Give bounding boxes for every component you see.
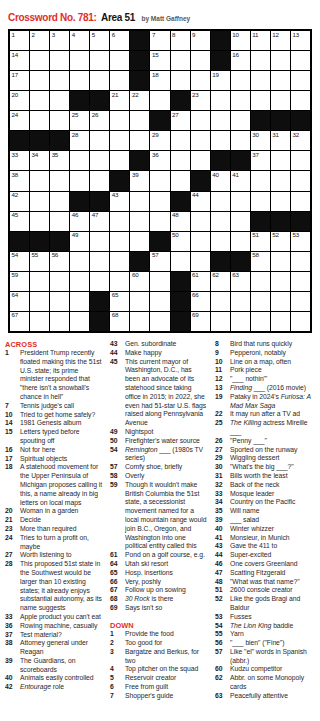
clue-number: 1 [5, 349, 20, 358]
clue-text: Tennis judge's call [20, 402, 103, 411]
grid-cell[interactable] [211, 212, 230, 231]
grid-cell[interactable] [30, 272, 49, 291]
clue: 29Wiggling dessert [215, 454, 313, 463]
grid-cell[interactable]: 55 [30, 252, 49, 271]
grid-cell[interactable] [251, 51, 270, 70]
grid-cell[interactable]: 48 [171, 212, 190, 231]
cell-number: 54 [12, 252, 18, 259]
grid-cell[interactable]: 18 [150, 71, 169, 90]
clue-number: 54 [215, 622, 230, 631]
grid-cell[interactable] [70, 171, 89, 190]
grid-cell[interactable] [90, 171, 109, 190]
grid-cell[interactable] [231, 212, 250, 231]
grid-cell[interactable] [291, 292, 310, 311]
grid-cell[interactable] [30, 71, 49, 90]
grid-cell[interactable]: 51 [251, 232, 270, 251]
grid-cell[interactable]: 21 [110, 91, 129, 110]
grid-cell[interactable] [291, 192, 310, 211]
clue-number: 51 [215, 586, 230, 595]
grid-cell[interactable]: 4 [70, 31, 89, 50]
clue-text: One covers Greenland [230, 560, 313, 569]
grid-cell[interactable]: 42 [10, 192, 29, 211]
grid-cell[interactable]: 17 [10, 71, 29, 90]
grid-cell[interactable] [150, 171, 169, 190]
grid-cell[interactable] [291, 71, 310, 90]
grid-cell[interactable]: 64 [10, 292, 29, 311]
grid-cell[interactable] [191, 212, 210, 231]
cell-number: 27 [172, 112, 178, 119]
grid-cell[interactable]: 19 [211, 71, 230, 90]
cell-number: 36 [152, 152, 158, 159]
cell-number: 10 [232, 32, 238, 39]
grid-cell[interactable] [191, 71, 210, 90]
grid-cell[interactable] [70, 151, 89, 170]
clue-number: 64 [110, 560, 125, 569]
grid-cell[interactable]: 16 [231, 51, 250, 70]
grid-cell[interactable] [130, 292, 149, 311]
grid-cell[interactable] [171, 71, 190, 90]
grid-cell[interactable] [231, 111, 250, 130]
grid-cell[interactable]: 20 [10, 91, 29, 110]
grid-cell[interactable]: 41 [231, 171, 250, 190]
grid-cell[interactable] [231, 131, 250, 150]
grid-cell[interactable] [150, 312, 169, 331]
grid-cell[interactable] [191, 232, 210, 251]
grid-cell[interactable]: 69 [191, 312, 210, 331]
grid-cell[interactable] [251, 91, 270, 110]
cell-number: 21 [112, 92, 118, 99]
grid-cell[interactable] [110, 151, 129, 170]
cell-number: 62 [212, 272, 218, 279]
black-cell [10, 232, 29, 251]
grid-cell[interactable] [211, 91, 230, 110]
grid-cell[interactable] [271, 151, 290, 170]
clue-number: 32 [215, 481, 230, 490]
clue: 62Abbr. on some Monopoly cards [215, 674, 313, 692]
grid-cell[interactable] [211, 111, 230, 130]
grid-cell[interactable] [251, 192, 270, 211]
grid-cell[interactable]: 1 [10, 31, 29, 50]
black-cell [130, 31, 149, 50]
grid-cell[interactable]: 58 [251, 252, 270, 271]
clue: 16Not for here [5, 446, 103, 455]
grid-cell[interactable]: 53 [291, 232, 310, 251]
clue-number: 10 [215, 358, 230, 367]
grid-cell[interactable] [30, 192, 49, 211]
grid-cell[interactable] [150, 292, 169, 311]
grid-cell[interactable]: 23 [191, 91, 210, 110]
cell-number: 8 [172, 32, 175, 39]
clue: 13Finding ___ (2016 movie) [215, 384, 313, 393]
clue: 21Decide [5, 516, 103, 525]
grid-cell[interactable] [110, 71, 129, 90]
grid-cell[interactable]: 5 [90, 31, 109, 50]
grid-cell[interactable] [191, 151, 210, 170]
clue-number: 49 [110, 428, 125, 437]
clue-col-2: 43Gen. subordinate44Make happy45This cur… [110, 340, 208, 701]
grid-cell[interactable] [271, 71, 290, 90]
grid-cell[interactable]: 29 [150, 131, 169, 150]
clue-number: 4 [110, 665, 125, 674]
grid-cell[interactable]: 65 [110, 292, 129, 311]
grid-cell[interactable]: 34 [30, 151, 49, 170]
grid-cell[interactable]: 39 [130, 171, 149, 190]
cell-number: 40 [212, 172, 218, 179]
clue-number: 41 [215, 534, 230, 543]
clue-text: Finding ___ (2016 movie) [230, 384, 313, 393]
grid-cell[interactable] [130, 232, 149, 251]
clue-number: 67 [110, 586, 125, 595]
grid-cell[interactable] [50, 272, 69, 291]
grid-cell[interactable] [171, 51, 190, 70]
cell-number: 35 [52, 152, 58, 159]
cell-number: 58 [252, 252, 258, 259]
grid-cell[interactable]: 50 [171, 232, 190, 251]
clue: 27Sported on the runway [215, 446, 313, 455]
grid-cell[interactable]: 9 [191, 31, 210, 50]
grid-cell[interactable]: 10 [231, 31, 250, 50]
grid-cell[interactable] [251, 292, 270, 311]
grid-cell[interactable] [130, 192, 149, 211]
cell-number: 52 [272, 232, 278, 239]
clue: 53Fusses [215, 613, 313, 622]
clue-number: 42 [5, 683, 20, 692]
clue-number: 10 [5, 411, 20, 420]
grid-cell[interactable] [231, 292, 250, 311]
clue-number: 9 [215, 349, 230, 358]
clue-number: 7 [5, 402, 20, 411]
grid-cell[interactable]: 14 [10, 51, 29, 70]
clue: 20Woman in a garden [5, 507, 103, 516]
clue-text: Scatting Fitzgerald [230, 569, 313, 578]
grid-cell[interactable] [171, 171, 190, 190]
grid-cell[interactable] [130, 212, 149, 231]
clue-number: 27 [5, 551, 20, 560]
clue: 10Line on a map, often [215, 358, 313, 367]
grid-cell[interactable] [70, 292, 89, 311]
grid-cell[interactable] [50, 91, 69, 110]
grid-cell[interactable] [50, 192, 69, 211]
grid-cell[interactable]: 15 [150, 51, 169, 70]
grid-cell[interactable]: 35 [50, 151, 69, 170]
grid-cell[interactable]: 57 [150, 252, 169, 271]
grid-cell[interactable]: 67 [10, 312, 29, 331]
grid-cell[interactable] [211, 312, 230, 331]
grid-cell[interactable] [130, 111, 149, 130]
grid-cell[interactable] [171, 252, 190, 271]
grid-cell[interactable] [231, 192, 250, 211]
clue-number: 8 [215, 340, 230, 349]
grid-cell[interactable] [130, 131, 149, 150]
grid-cell[interactable] [30, 51, 49, 70]
grid-cell[interactable] [70, 71, 89, 90]
grid-cell[interactable] [211, 192, 230, 211]
grid-cell[interactable] [110, 111, 129, 130]
clue-text: Winter whizzer [230, 525, 313, 534]
grid-cell[interactable] [90, 51, 109, 70]
grid-cell[interactable]: 43 [110, 192, 129, 211]
grid-cell[interactable]: 30 [251, 131, 270, 150]
grid-cell[interactable] [110, 51, 129, 70]
grid-cell[interactable] [211, 131, 230, 150]
grid-cell[interactable] [50, 71, 69, 90]
grid-cell[interactable]: 25 [70, 111, 89, 130]
clue: 35Will name [215, 507, 313, 516]
grid-cell[interactable] [50, 51, 69, 70]
clue-number: 3 [110, 648, 125, 657]
grid-cell[interactable] [291, 151, 310, 170]
grid-cell[interactable]: 56 [50, 252, 69, 271]
black-cell [130, 51, 149, 70]
cell-number: 57 [152, 252, 158, 259]
clue: 31Bills worth the least [215, 472, 313, 481]
grid-cell[interactable] [271, 272, 290, 291]
grid-cell[interactable]: 28 [70, 131, 89, 150]
clue-number: 19 [215, 393, 230, 402]
grid-cell[interactable] [150, 272, 169, 291]
grid-cell[interactable] [50, 312, 69, 331]
grid-cell[interactable]: 32 [291, 131, 310, 150]
grid-cell[interactable] [291, 51, 310, 70]
clue: 39The Guardians, on scoreboards [5, 657, 103, 675]
grid-cell[interactable] [271, 252, 290, 271]
grid-cell[interactable]: 40 [211, 171, 230, 190]
grid-cell[interactable]: 59 [10, 272, 29, 291]
grid-cell[interactable] [271, 51, 290, 70]
grid-cell[interactable]: 11 [251, 31, 270, 50]
grid-cell[interactable] [150, 212, 169, 231]
clue-number: 62 [215, 674, 230, 683]
grid-cell[interactable] [150, 91, 169, 110]
grid-cell[interactable] [30, 312, 49, 331]
cell-number: 33 [12, 152, 18, 159]
grid-cell[interactable] [231, 71, 250, 90]
grid-cell[interactable] [110, 131, 129, 150]
grid-cell[interactable] [90, 131, 109, 150]
grid-cell[interactable]: 36 [150, 151, 169, 170]
black-cell [50, 232, 69, 251]
grid-cell[interactable] [110, 212, 129, 231]
cell-number: 42 [12, 192, 18, 199]
clue-text: Kudzu competitor [230, 665, 313, 674]
grid-cell[interactable]: 26 [90, 111, 109, 130]
grid-cell[interactable]: 27 [171, 111, 190, 130]
clue-number: 65 [110, 569, 125, 578]
cell-number: 18 [152, 72, 158, 79]
grid-cell[interactable]: 63 [231, 272, 250, 291]
cell-number: 43 [112, 192, 118, 199]
grid-cell[interactable] [271, 91, 290, 110]
clue: 57Like "el" words in Spanish (abbr.) [215, 648, 313, 666]
clue-text: Fusses [230, 613, 313, 622]
clue-text: Says isn't so [125, 604, 208, 613]
grid-cell[interactable] [70, 312, 89, 331]
grid-cell[interactable] [271, 171, 290, 190]
grid-cell[interactable] [231, 312, 250, 331]
grid-cell[interactable]: 6 [110, 31, 129, 50]
clue-text: Bird that runs quickly [230, 340, 313, 349]
grid-cell[interactable] [271, 192, 290, 211]
clue: 15Letters typed before spouting off [5, 428, 103, 446]
grid-cell[interactable] [291, 171, 310, 190]
clue-number: 17 [5, 455, 20, 464]
clue-number: 12 [215, 375, 230, 384]
clue-number: 33 [5, 613, 20, 622]
clue-text: The Lion King baddie [230, 622, 313, 631]
clue-number: 36 [5, 622, 20, 631]
clue: 39___ salad [215, 516, 313, 525]
clue: 19Pataky in 2024's Furiosa: A Mad Max Sa… [215, 393, 313, 411]
clue-text: Bills worth the least [230, 472, 313, 481]
grid-cell[interactable] [30, 212, 49, 231]
grid-cell[interactable] [291, 252, 310, 271]
clue-text: Gave the 411 to [230, 542, 313, 551]
clue-number: 18 [5, 463, 20, 472]
grid-cell[interactable] [110, 252, 129, 271]
clue: 55Yarn [215, 630, 313, 639]
cell-number: 28 [72, 132, 78, 139]
grid-cell[interactable] [30, 292, 49, 311]
clue-text: Pataky in 2024's Furiosa: A Mad Max Saga [230, 393, 313, 411]
black-cell [251, 212, 270, 231]
cell-number: 34 [32, 152, 38, 159]
grid-cell[interactable]: 24 [10, 111, 29, 130]
grid-cell[interactable] [231, 91, 250, 110]
grid-cell[interactable]: 22 [130, 91, 149, 110]
black-cell [291, 212, 310, 231]
clue-text: Decide [20, 516, 103, 525]
grid-cell[interactable] [30, 111, 49, 130]
clue: 32Back of the neck [215, 481, 313, 490]
grid-cell[interactable]: 61 [191, 272, 210, 291]
grid-cell[interactable] [271, 312, 290, 331]
clue-text: Sported on the runway [230, 446, 313, 455]
grid-cell[interactable]: 8 [171, 31, 190, 50]
grid-cell[interactable] [191, 111, 210, 130]
grid-cell[interactable]: 68 [110, 312, 129, 331]
clue: 44Super-excited [215, 551, 313, 560]
grid-cell[interactable]: 66 [191, 292, 210, 311]
clue-number: 59 [110, 481, 125, 490]
grid-cell[interactable]: 60 [130, 272, 149, 291]
grid-cell[interactable] [90, 252, 109, 271]
grid-cell[interactable] [70, 51, 89, 70]
grid-cell[interactable] [70, 272, 89, 291]
grid-cell[interactable] [231, 232, 250, 251]
grid-cell[interactable] [271, 292, 290, 311]
grid-cell[interactable] [30, 171, 49, 190]
grid-cell[interactable] [110, 232, 129, 251]
clue-number: 31 [215, 472, 230, 481]
grid-cell[interactable]: 31 [271, 131, 290, 150]
grid-cell[interactable]: 2 [30, 31, 49, 50]
clue-text: 30 Rock is there [125, 595, 208, 604]
clue-text: Mosque leader [230, 490, 313, 499]
grid-cell[interactable]: 44 [191, 192, 210, 211]
grid-cell[interactable] [150, 192, 169, 211]
cell-number: 3 [52, 32, 55, 39]
grid-cell[interactable] [90, 71, 109, 90]
grid-cell[interactable]: 33 [10, 151, 29, 170]
clue-text: Overly [125, 472, 208, 481]
grid-cell[interactable] [191, 131, 210, 150]
grid-cell[interactable] [291, 312, 310, 331]
clue: 59Though it wouldn't make British Columb… [110, 481, 208, 551]
grid-cell[interactable] [110, 272, 129, 291]
grid-cell[interactable] [251, 171, 270, 190]
down-header: DOWN [110, 621, 208, 630]
black-cell [171, 312, 190, 331]
clue-number: 25 [215, 419, 230, 428]
grid-cell[interactable] [191, 51, 210, 70]
cell-number: 6 [112, 32, 115, 39]
clue: 23More than required [5, 525, 103, 534]
clue: 141981 Genesis album [5, 419, 103, 428]
grid-cell[interactable]: 54 [10, 252, 29, 271]
clue-text: ___ salad [230, 516, 313, 525]
clue: 56"___ bien" ("Fine") [215, 639, 313, 648]
clue-number: 26 [215, 437, 230, 446]
clue: 52Like the gods Bragi and Baldur [215, 595, 313, 613]
grid-cell[interactable] [211, 292, 230, 311]
grid-cell[interactable]: 38 [10, 171, 29, 190]
clue-number: 28 [5, 560, 20, 569]
clue: 38Attorney general under Reagan [5, 639, 103, 657]
grid-cell[interactable]: 52 [271, 232, 290, 251]
grid-cell[interactable] [130, 312, 149, 331]
grid-cell[interactable] [50, 292, 69, 311]
cell-number: 59 [12, 272, 18, 279]
grid-cell[interactable] [211, 232, 230, 251]
grid-cell[interactable] [30, 91, 49, 110]
grid-cell[interactable]: 37 [251, 151, 270, 170]
grid-cell[interactable] [291, 272, 310, 291]
grid-cell[interactable] [50, 111, 69, 130]
grid-cell[interactable]: 13 [291, 31, 310, 50]
grid-cell[interactable] [90, 232, 109, 251]
grid-cell[interactable]: 49 [70, 232, 89, 251]
grid-cell[interactable] [90, 272, 109, 291]
black-cell [171, 192, 190, 211]
grid-cell[interactable] [171, 131, 190, 150]
grid-cell[interactable] [171, 151, 190, 170]
grid-cell[interactable]: 62 [211, 272, 230, 291]
grid-cell[interactable] [251, 272, 270, 291]
grid-cell[interactable] [50, 212, 69, 231]
black-cell [50, 131, 69, 150]
grid-cell[interactable]: 3 [50, 31, 69, 50]
clue-number: 57 [215, 648, 230, 657]
clue-text: Attorney general under Reagan [20, 639, 103, 657]
grid-cell[interactable] [291, 91, 310, 110]
clue-text: Worth listening to [20, 551, 103, 560]
clue-text: Pond on a golf course, e.g. [125, 551, 208, 560]
grid-cell[interactable] [70, 252, 89, 271]
grid-cell[interactable]: 45 [10, 212, 29, 231]
grid-cell[interactable] [191, 252, 210, 271]
grid-cell[interactable] [90, 151, 109, 170]
grid-cell[interactable]: 46 [70, 212, 89, 231]
grid-cell[interactable]: 47 [90, 212, 109, 231]
grid-cell[interactable]: 12 [271, 31, 290, 50]
page-header: Crossword No. 781: Area 51 by Matt Gaffn… [0, 0, 320, 25]
grid-cell[interactable] [50, 171, 69, 190]
grid-cell[interactable]: 7 [150, 31, 169, 50]
clue: 45This current mayor of Washington, D.C.… [110, 358, 208, 428]
grid-cell[interactable] [251, 71, 270, 90]
cell-number: 50 [172, 232, 178, 239]
grid-cell[interactable] [251, 312, 270, 331]
